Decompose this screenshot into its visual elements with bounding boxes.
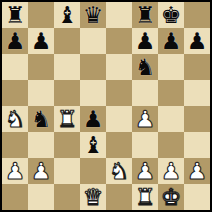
square-b5[interactable] bbox=[28, 80, 54, 106]
square-b7[interactable]: ♟ bbox=[28, 28, 54, 54]
square-c6[interactable] bbox=[54, 54, 80, 80]
piece-black-pawn-b7: ♟ bbox=[31, 28, 52, 54]
piece-black-pawn-h7: ♟ bbox=[187, 28, 208, 54]
square-c7[interactable] bbox=[54, 28, 80, 54]
square-d5[interactable] bbox=[80, 80, 106, 106]
square-e6[interactable] bbox=[106, 54, 132, 80]
chess-board: ♜♝♛♜♚♟♟♟♟♟♞♞♞♜♟♟♝♟♟♞♟♟♟♛♜♚ bbox=[0, 0, 212, 212]
piece-black-knight-f6: ♞ bbox=[135, 54, 156, 80]
square-d8[interactable]: ♛ bbox=[80, 2, 106, 28]
square-g3[interactable] bbox=[158, 132, 184, 158]
square-c8[interactable]: ♝ bbox=[54, 2, 80, 28]
square-d3[interactable]: ♝ bbox=[80, 132, 106, 158]
square-h4[interactable] bbox=[184, 106, 210, 132]
square-f8[interactable]: ♜ bbox=[132, 2, 158, 28]
square-f1[interactable]: ♜ bbox=[132, 184, 158, 210]
square-c1[interactable] bbox=[54, 184, 80, 210]
square-a6[interactable] bbox=[2, 54, 28, 80]
piece-white-king-g1: ♚ bbox=[161, 184, 182, 210]
square-e8[interactable] bbox=[106, 2, 132, 28]
square-b4[interactable]: ♞ bbox=[28, 106, 54, 132]
square-d7[interactable] bbox=[80, 28, 106, 54]
square-h3[interactable] bbox=[184, 132, 210, 158]
piece-white-queen-d1: ♛ bbox=[83, 184, 104, 210]
square-g4[interactable] bbox=[158, 106, 184, 132]
square-a5[interactable] bbox=[2, 80, 28, 106]
square-f7[interactable]: ♟ bbox=[132, 28, 158, 54]
square-a7[interactable]: ♟ bbox=[2, 28, 28, 54]
square-a3[interactable] bbox=[2, 132, 28, 158]
square-e7[interactable] bbox=[106, 28, 132, 54]
square-e3[interactable] bbox=[106, 132, 132, 158]
piece-white-rook-f1: ♜ bbox=[135, 184, 156, 210]
piece-black-king-g8: ♚ bbox=[161, 2, 182, 28]
square-c2[interactable] bbox=[54, 158, 80, 184]
square-f4[interactable]: ♟ bbox=[132, 106, 158, 132]
square-a2[interactable]: ♟ bbox=[2, 158, 28, 184]
square-c3[interactable] bbox=[54, 132, 80, 158]
square-h8[interactable] bbox=[184, 2, 210, 28]
piece-white-pawn-f4: ♟ bbox=[135, 106, 156, 132]
square-f6[interactable]: ♞ bbox=[132, 54, 158, 80]
piece-black-bishop-c8: ♝ bbox=[57, 2, 78, 28]
piece-black-pawn-g7: ♟ bbox=[161, 28, 182, 54]
square-b6[interactable] bbox=[28, 54, 54, 80]
piece-white-pawn-g2: ♟ bbox=[161, 158, 182, 184]
square-e1[interactable] bbox=[106, 184, 132, 210]
piece-white-knight-e2: ♞ bbox=[109, 158, 130, 184]
square-h2[interactable]: ♟ bbox=[184, 158, 210, 184]
square-f2[interactable]: ♟ bbox=[132, 158, 158, 184]
square-g2[interactable]: ♟ bbox=[158, 158, 184, 184]
square-f5[interactable] bbox=[132, 80, 158, 106]
piece-white-knight-a4: ♞ bbox=[5, 106, 26, 132]
square-g5[interactable] bbox=[158, 80, 184, 106]
square-d1[interactable]: ♛ bbox=[80, 184, 106, 210]
square-b3[interactable] bbox=[28, 132, 54, 158]
square-d2[interactable] bbox=[80, 158, 106, 184]
piece-white-pawn-a2: ♟ bbox=[5, 158, 26, 184]
square-b1[interactable] bbox=[28, 184, 54, 210]
square-g6[interactable] bbox=[158, 54, 184, 80]
square-e5[interactable] bbox=[106, 80, 132, 106]
piece-black-bishop-d3: ♝ bbox=[83, 132, 104, 158]
square-h6[interactable] bbox=[184, 54, 210, 80]
square-c5[interactable] bbox=[54, 80, 80, 106]
piece-white-pawn-h2: ♟ bbox=[187, 158, 208, 184]
piece-white-pawn-b2: ♟ bbox=[31, 158, 52, 184]
piece-black-pawn-d4: ♟ bbox=[83, 106, 104, 132]
piece-white-pawn-f2: ♟ bbox=[135, 158, 156, 184]
square-e4[interactable] bbox=[106, 106, 132, 132]
square-g7[interactable]: ♟ bbox=[158, 28, 184, 54]
piece-black-knight-b4: ♞ bbox=[31, 106, 52, 132]
square-h5[interactable] bbox=[184, 80, 210, 106]
square-h1[interactable] bbox=[184, 184, 210, 210]
square-d4[interactable]: ♟ bbox=[80, 106, 106, 132]
square-d6[interactable] bbox=[80, 54, 106, 80]
square-a4[interactable]: ♞ bbox=[2, 106, 28, 132]
square-e2[interactable]: ♞ bbox=[106, 158, 132, 184]
square-a1[interactable] bbox=[2, 184, 28, 210]
square-f3[interactable] bbox=[132, 132, 158, 158]
piece-black-pawn-f7: ♟ bbox=[135, 28, 156, 54]
piece-black-rook-a8: ♜ bbox=[5, 2, 26, 28]
piece-black-pawn-a7: ♟ bbox=[5, 28, 26, 54]
square-g8[interactable]: ♚ bbox=[158, 2, 184, 28]
square-h7[interactable]: ♟ bbox=[184, 28, 210, 54]
piece-black-rook-f8: ♜ bbox=[135, 2, 156, 28]
square-g1[interactable]: ♚ bbox=[158, 184, 184, 210]
square-b2[interactable]: ♟ bbox=[28, 158, 54, 184]
piece-black-queen-d8: ♛ bbox=[83, 2, 104, 28]
square-c4[interactable]: ♜ bbox=[54, 106, 80, 132]
square-a8[interactable]: ♜ bbox=[2, 2, 28, 28]
square-b8[interactable] bbox=[28, 2, 54, 28]
piece-white-rook-c4: ♜ bbox=[57, 106, 78, 132]
